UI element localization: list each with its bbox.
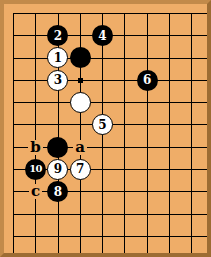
stone-white-move-9: 9	[47, 159, 68, 180]
stone-black-move-10: 10	[25, 159, 46, 180]
stone-black-move-2: 2	[47, 25, 68, 46]
board-grid: 12345678910abc	[2, 2, 203, 247]
stone-white-move-5: 5	[92, 114, 113, 135]
stone-white-move-3: 3	[47, 70, 68, 91]
hoshi-marker	[78, 78, 83, 83]
stone-black-move-8: 8	[47, 181, 68, 202]
stone-white-move-7: 7	[70, 159, 91, 180]
go-board-diagram: 12345678910abc	[0, 0, 211, 257]
point-label-b: b	[28, 140, 43, 155]
stone-black-C13	[47, 137, 68, 158]
stone-black-move-6: 6	[137, 70, 158, 91]
point-label-a: a	[73, 140, 87, 155]
point-label-c: c	[29, 184, 42, 199]
stone-white-move-1: 1	[47, 47, 68, 68]
stone-black-D17	[70, 47, 91, 68]
stone-white-D15	[70, 92, 91, 113]
stone-black-move-4: 4	[92, 25, 113, 46]
